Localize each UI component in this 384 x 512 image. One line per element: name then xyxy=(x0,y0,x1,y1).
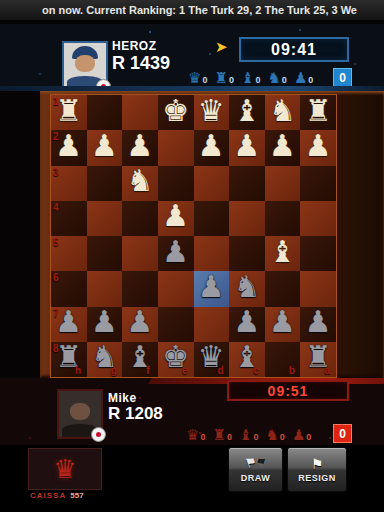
square-c5[interactable] xyxy=(229,236,265,271)
piece-white-pawn: ♟ xyxy=(91,131,118,161)
piece-white-queen: ♛ xyxy=(198,96,225,126)
square-b8[interactable] xyxy=(265,342,301,377)
captured-count: 0 xyxy=(227,432,232,442)
board: ♜♚♛♝♞♜♟♟♟♟♟♟♟♞♟♟♝♟♞♟♟♟♟♟♟♜♞♝♚♛♝♜12345678… xyxy=(50,94,337,378)
piece-white-pawn: ♟ xyxy=(233,131,260,161)
square-b5[interactable]: ♝ xyxy=(265,236,301,271)
captured-queen: ♛0 xyxy=(186,428,205,443)
captured-bishop: ♝0 xyxy=(241,71,260,86)
bottom-player-name: Mike xyxy=(108,391,137,405)
square-a8[interactable]: ♜ xyxy=(300,342,336,377)
rank-label-4: 4 xyxy=(53,202,59,213)
piece-white-rook: ♜ xyxy=(55,96,82,126)
piece-white-knight: ♞ xyxy=(127,166,154,196)
pawn-icon: ♟ xyxy=(294,71,307,86)
square-e4[interactable]: ♟ xyxy=(158,201,194,236)
file-label-g: g xyxy=(111,365,117,376)
square-a6[interactable] xyxy=(300,271,336,306)
pawn-icon: ♟ xyxy=(292,428,305,443)
captured-row-bottom: ♛0♜0♝0♞0♟0 xyxy=(186,423,311,443)
top-player-panel: HEROZ R 1439 ➤ 09:41 ♛0♜0♝0♞0♟0 0 xyxy=(0,24,384,91)
square-c3[interactable] xyxy=(229,166,265,201)
square-a1[interactable]: ♜ xyxy=(300,95,336,130)
square-e1[interactable]: ♚ xyxy=(158,95,194,130)
square-c7[interactable]: ♟ xyxy=(229,307,265,342)
japan-flag-icon xyxy=(91,427,106,442)
captured-bishop: ♝0 xyxy=(239,428,258,443)
caissa-queen-icon: ♛ xyxy=(53,454,76,484)
turn-indicator-arrow-icon: ➤ xyxy=(215,38,228,56)
flag-right-icon: ⚑ xyxy=(253,454,268,470)
captured-count: 0 xyxy=(229,75,234,85)
rank-label-5: 5 xyxy=(53,237,59,248)
square-f5[interactable] xyxy=(122,236,158,271)
bottom-player-panel: Mike R 1208 09:51 ♛0♜0♝0♞0♟0 0 xyxy=(0,378,384,445)
top-player-score-box: 0 xyxy=(333,68,352,87)
captured-count: 0 xyxy=(253,432,258,442)
captured-row-top: ♛0♜0♝0♞0♟0 xyxy=(188,66,313,86)
square-g3[interactable] xyxy=(87,166,123,201)
piece-black-pawn: ♟ xyxy=(269,307,296,337)
piece-black-pawn: ♟ xyxy=(305,307,332,337)
bottom-player-avatar xyxy=(57,389,103,439)
captured-count: 0 xyxy=(306,432,311,442)
file-label-c: c xyxy=(253,365,259,376)
captured-count: 0 xyxy=(202,75,207,85)
knight-icon: ♞ xyxy=(267,71,280,86)
rank-label-1: 1 xyxy=(53,96,59,107)
square-f4[interactable] xyxy=(122,201,158,236)
piece-white-bishop: ♝ xyxy=(233,96,260,126)
piece-black-pawn: ♟ xyxy=(198,272,225,302)
captured-knight: ♞0 xyxy=(267,71,286,86)
square-c6[interactable]: ♞ xyxy=(229,271,265,306)
bottom-player-rating: R 1208 xyxy=(108,404,163,424)
square-a4[interactable] xyxy=(300,201,336,236)
square-a3[interactable] xyxy=(300,166,336,201)
square-e6[interactable] xyxy=(158,271,194,306)
square-d3[interactable] xyxy=(194,166,230,201)
square-c1[interactable]: ♝ xyxy=(229,95,265,130)
news-ticker: on now. Current Ranking: 1 The Turk 29, … xyxy=(0,0,384,20)
square-g1[interactable] xyxy=(87,95,123,130)
rank-label-3: 3 xyxy=(53,167,59,178)
piece-black-pawn: ♟ xyxy=(233,307,260,337)
square-e2[interactable] xyxy=(158,130,194,165)
top-player-rating: R 1439 xyxy=(112,53,170,74)
square-g4[interactable] xyxy=(87,201,123,236)
square-c8[interactable]: ♝ xyxy=(229,342,265,377)
board-zone: ♜♚♛♝♞♜♟♟♟♟♟♟♟♞♟♟♝♟♞♟♟♟♟♟♟♜♞♝♚♛♝♜12345678… xyxy=(0,91,384,378)
footer-bar: ♛ CAISSA 557 ⚑ ⚑ DRAW ⚑ RESIGN xyxy=(0,445,384,512)
square-f6[interactable] xyxy=(122,271,158,306)
square-e8[interactable]: ♚ xyxy=(158,342,194,377)
avatar-face xyxy=(75,55,95,72)
piece-black-pawn: ♟ xyxy=(162,237,189,267)
queen-icon: ♛ xyxy=(188,71,201,86)
square-c2[interactable]: ♟ xyxy=(229,130,265,165)
square-e5[interactable]: ♟ xyxy=(158,236,194,271)
square-b1[interactable]: ♞ xyxy=(265,95,301,130)
square-g5[interactable] xyxy=(87,236,123,271)
captured-rook: ♜0 xyxy=(214,71,233,86)
square-d1[interactable]: ♛ xyxy=(194,95,230,130)
file-label-e: e xyxy=(182,365,188,376)
captured-queen: ♛0 xyxy=(188,71,207,86)
piece-black-knight: ♞ xyxy=(233,272,260,302)
piece-black-pawn: ♟ xyxy=(55,307,82,337)
square-b6[interactable] xyxy=(265,271,301,306)
square-a2[interactable]: ♟ xyxy=(300,130,336,165)
file-label-f: f xyxy=(146,365,149,376)
captured-pawn: ♟0 xyxy=(292,428,311,443)
square-e3[interactable] xyxy=(158,166,194,201)
square-d5[interactable] xyxy=(194,236,230,271)
captured-count: 0 xyxy=(200,432,205,442)
captured-knight: ♞0 xyxy=(265,428,284,443)
captured-count: 0 xyxy=(282,75,287,85)
piece-white-bishop: ♝ xyxy=(269,237,296,267)
rank-label-6: 6 xyxy=(53,272,59,283)
square-b7[interactable]: ♟ xyxy=(265,307,301,342)
chess-app-screen: on now. Current Ranking: 1 The Turk 29, … xyxy=(0,0,384,512)
square-a5[interactable] xyxy=(300,236,336,271)
file-label-a: a xyxy=(324,365,330,376)
bishop-icon: ♝ xyxy=(241,71,254,86)
square-d7[interactable] xyxy=(194,307,230,342)
draw-button[interactable]: ⚑ ⚑ DRAW xyxy=(228,447,283,492)
piece-white-pawn: ♟ xyxy=(127,131,154,161)
avatar-face xyxy=(70,403,90,420)
square-c4[interactable] xyxy=(229,201,265,236)
piece-white-knight: ♞ xyxy=(269,96,296,126)
square-d2[interactable]: ♟ xyxy=(194,130,230,165)
square-f3[interactable]: ♞ xyxy=(122,166,158,201)
queen-icon: ♛ xyxy=(186,428,199,443)
top-player-avatar xyxy=(62,41,108,91)
file-label-h: h xyxy=(75,365,81,376)
caissa-label: CAISSA xyxy=(30,491,66,500)
square-a7[interactable]: ♟ xyxy=(300,307,336,342)
piece-white-pawn: ♟ xyxy=(269,131,296,161)
caissa-label-row: CAISSA 557 xyxy=(30,491,84,500)
file-label-b: b xyxy=(289,365,295,376)
piece-white-king: ♚ xyxy=(162,96,189,126)
piece-white-pawn: ♟ xyxy=(55,131,82,161)
square-d6[interactable]: ♟ xyxy=(194,271,230,306)
square-b3[interactable] xyxy=(265,166,301,201)
rook-icon: ♜ xyxy=(212,428,225,443)
piece-white-rook: ♜ xyxy=(305,96,332,126)
square-g6[interactable] xyxy=(87,271,123,306)
rank-label-2: 2 xyxy=(53,131,59,142)
white-flag-icon: ⚑ xyxy=(311,457,324,471)
ticker-text: on now. Current Ranking: 1 The Turk 29, … xyxy=(42,0,357,20)
square-e7[interactable] xyxy=(158,307,194,342)
rank-label-8: 8 xyxy=(53,343,59,354)
caissa-value: 557 xyxy=(70,491,83,500)
square-g2[interactable]: ♟ xyxy=(87,130,123,165)
rank-label-7: 7 xyxy=(53,308,59,319)
square-b2[interactable]: ♟ xyxy=(265,130,301,165)
piece-white-pawn: ♟ xyxy=(162,201,189,231)
captured-count: 0 xyxy=(255,75,260,85)
square-g7[interactable]: ♟ xyxy=(87,307,123,342)
square-f8[interactable]: ♝ xyxy=(122,342,158,377)
piece-white-pawn: ♟ xyxy=(198,131,225,161)
crossed-flags-icon: ⚑ ⚑ xyxy=(245,456,267,471)
caissa-widget[interactable]: ♛ xyxy=(28,448,102,490)
file-label-d: d xyxy=(218,365,224,376)
piece-black-pawn: ♟ xyxy=(127,307,154,337)
knight-icon: ♞ xyxy=(265,428,278,443)
bottom-player-clock: 09:51 xyxy=(227,380,349,401)
square-b4[interactable] xyxy=(265,201,301,236)
resign-button-label: RESIGN xyxy=(298,473,336,483)
captured-rook: ♜0 xyxy=(212,428,231,443)
piece-white-pawn: ♟ xyxy=(305,131,332,161)
bottom-player-score-box: 0 xyxy=(333,424,352,443)
draw-button-label: DRAW xyxy=(241,473,271,483)
top-player-name: HEROZ xyxy=(112,39,157,53)
square-f7[interactable]: ♟ xyxy=(122,307,158,342)
captured-pawn: ♟0 xyxy=(294,71,313,86)
rook-icon: ♜ xyxy=(214,71,227,86)
square-d4[interactable] xyxy=(194,201,230,236)
captured-count: 0 xyxy=(308,75,313,85)
captured-count: 0 xyxy=(280,432,285,442)
square-f1[interactable] xyxy=(122,95,158,130)
resign-button[interactable]: ⚑ RESIGN xyxy=(287,447,347,492)
top-player-clock: 09:41 xyxy=(239,37,349,62)
piece-black-pawn: ♟ xyxy=(91,307,118,337)
square-f2[interactable]: ♟ xyxy=(122,130,158,165)
bishop-icon: ♝ xyxy=(239,428,252,443)
